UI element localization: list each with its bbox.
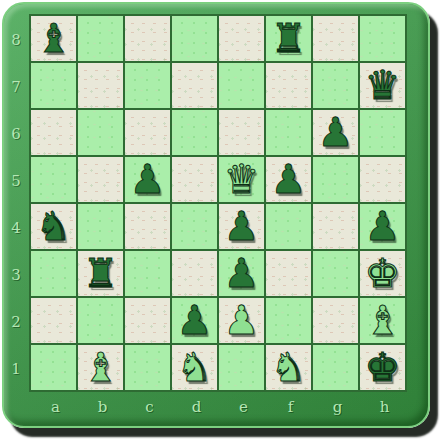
square-d5[interactable] xyxy=(172,157,217,202)
rank-label-5: 5 xyxy=(5,159,27,204)
square-h2[interactable]: ♝ xyxy=(360,298,405,343)
square-f5[interactable]: ♟ xyxy=(266,157,311,202)
square-g8[interactable] xyxy=(313,16,358,61)
square-e7[interactable] xyxy=(219,63,264,108)
square-h5[interactable] xyxy=(360,157,405,202)
square-b5[interactable] xyxy=(78,157,123,202)
file-label-b: b xyxy=(80,394,125,420)
piece-dark-pawn[interactable]: ♟ xyxy=(219,251,264,296)
square-g7[interactable] xyxy=(313,63,358,108)
piece-light-knight[interactable]: ♞ xyxy=(172,345,217,390)
square-b4[interactable] xyxy=(78,204,123,249)
square-c4[interactable] xyxy=(125,204,170,249)
piece-light-king[interactable]: ♚ xyxy=(360,251,405,296)
piece-dark-bishop[interactable]: ♝ xyxy=(31,16,76,61)
rank-label-7: 7 xyxy=(5,65,27,110)
square-e2[interactable]: ♟ xyxy=(219,298,264,343)
chessboard-widget: ♝♜♛♟♟♛♟♞♟♟♜♟♚♟♟♝♝♞♞♚ 87654321abcdefgh xyxy=(0,0,444,442)
square-h4[interactable]: ♟ xyxy=(360,204,405,249)
square-e4[interactable]: ♟ xyxy=(219,204,264,249)
square-b7[interactable] xyxy=(78,63,123,108)
square-a2[interactable] xyxy=(31,298,76,343)
piece-dark-pawn[interactable]: ♟ xyxy=(266,157,311,202)
piece-dark-rook[interactable]: ♜ xyxy=(266,16,311,61)
square-d4[interactable] xyxy=(172,204,217,249)
piece-dark-pawn[interactable]: ♟ xyxy=(313,110,358,155)
piece-light-pawn[interactable]: ♟ xyxy=(219,298,264,343)
rank-label-8: 8 xyxy=(5,18,27,63)
file-label-h: h xyxy=(362,394,407,420)
square-g6[interactable]: ♟ xyxy=(313,110,358,155)
piece-dark-rook[interactable]: ♜ xyxy=(78,251,123,296)
file-label-g: g xyxy=(315,394,360,420)
square-h7[interactable]: ♛ xyxy=(360,63,405,108)
square-f6[interactable] xyxy=(266,110,311,155)
piece-dark-knight[interactable]: ♞ xyxy=(31,204,76,249)
piece-dark-pawn[interactable]: ♟ xyxy=(360,204,405,249)
square-g2[interactable] xyxy=(313,298,358,343)
square-f4[interactable] xyxy=(266,204,311,249)
piece-light-bishop[interactable]: ♝ xyxy=(78,345,123,390)
square-c5[interactable]: ♟ xyxy=(125,157,170,202)
rank-label-6: 6 xyxy=(5,112,27,157)
square-a5[interactable] xyxy=(31,157,76,202)
piece-dark-pawn[interactable]: ♟ xyxy=(172,298,217,343)
square-h6[interactable] xyxy=(360,110,405,155)
square-f7[interactable] xyxy=(266,63,311,108)
square-h3[interactable]: ♚ xyxy=(360,251,405,296)
square-e6[interactable] xyxy=(219,110,264,155)
square-d7[interactable] xyxy=(172,63,217,108)
square-c7[interactable] xyxy=(125,63,170,108)
square-g1[interactable] xyxy=(313,345,358,390)
square-b8[interactable] xyxy=(78,16,123,61)
square-a8[interactable]: ♝ xyxy=(31,16,76,61)
file-label-f: f xyxy=(268,394,313,420)
square-f1[interactable]: ♞ xyxy=(266,345,311,390)
square-a1[interactable] xyxy=(31,345,76,390)
piece-dark-queen[interactable]: ♛ xyxy=(360,63,405,108)
rank-label-2: 2 xyxy=(5,300,27,345)
square-e5[interactable]: ♛ xyxy=(219,157,264,202)
square-e1[interactable] xyxy=(219,345,264,390)
file-label-d: d xyxy=(174,394,219,420)
square-d6[interactable] xyxy=(172,110,217,155)
rank-label-4: 4 xyxy=(5,206,27,251)
piece-light-queen[interactable]: ♛ xyxy=(219,157,264,202)
file-label-c: c xyxy=(127,394,172,420)
square-d1[interactable]: ♞ xyxy=(172,345,217,390)
piece-light-bishop[interactable]: ♝ xyxy=(360,298,405,343)
square-d2[interactable]: ♟ xyxy=(172,298,217,343)
square-h8[interactable] xyxy=(360,16,405,61)
square-f2[interactable] xyxy=(266,298,311,343)
square-h1[interactable]: ♚ xyxy=(360,345,405,390)
square-c8[interactable] xyxy=(125,16,170,61)
file-label-e: e xyxy=(221,394,266,420)
chess-board: ♝♜♛♟♟♛♟♞♟♟♜♟♚♟♟♝♝♞♞♚ xyxy=(29,14,407,392)
square-e8[interactable] xyxy=(219,16,264,61)
piece-light-knight[interactable]: ♞ xyxy=(266,345,311,390)
rank-label-1: 1 xyxy=(5,347,27,392)
square-b2[interactable] xyxy=(78,298,123,343)
piece-dark-king[interactable]: ♚ xyxy=(360,345,405,390)
square-g4[interactable] xyxy=(313,204,358,249)
file-label-a: a xyxy=(33,394,78,420)
piece-dark-pawn[interactable]: ♟ xyxy=(125,157,170,202)
square-b6[interactable] xyxy=(78,110,123,155)
square-g3[interactable] xyxy=(313,251,358,296)
square-c3[interactable] xyxy=(125,251,170,296)
square-f8[interactable]: ♜ xyxy=(266,16,311,61)
rank-label-3: 3 xyxy=(5,253,27,298)
square-a3[interactable] xyxy=(31,251,76,296)
square-a4[interactable]: ♞ xyxy=(31,204,76,249)
square-d3[interactable] xyxy=(172,251,217,296)
square-c2[interactable] xyxy=(125,298,170,343)
square-b1[interactable]: ♝ xyxy=(78,345,123,390)
piece-dark-pawn[interactable]: ♟ xyxy=(219,204,264,249)
square-c1[interactable] xyxy=(125,345,170,390)
square-a7[interactable] xyxy=(31,63,76,108)
square-f3[interactable] xyxy=(266,251,311,296)
square-c6[interactable] xyxy=(125,110,170,155)
square-e3[interactable]: ♟ xyxy=(219,251,264,296)
square-g5[interactable] xyxy=(313,157,358,202)
square-a6[interactable] xyxy=(31,110,76,155)
square-d8[interactable] xyxy=(172,16,217,61)
square-b3[interactable]: ♜ xyxy=(78,251,123,296)
